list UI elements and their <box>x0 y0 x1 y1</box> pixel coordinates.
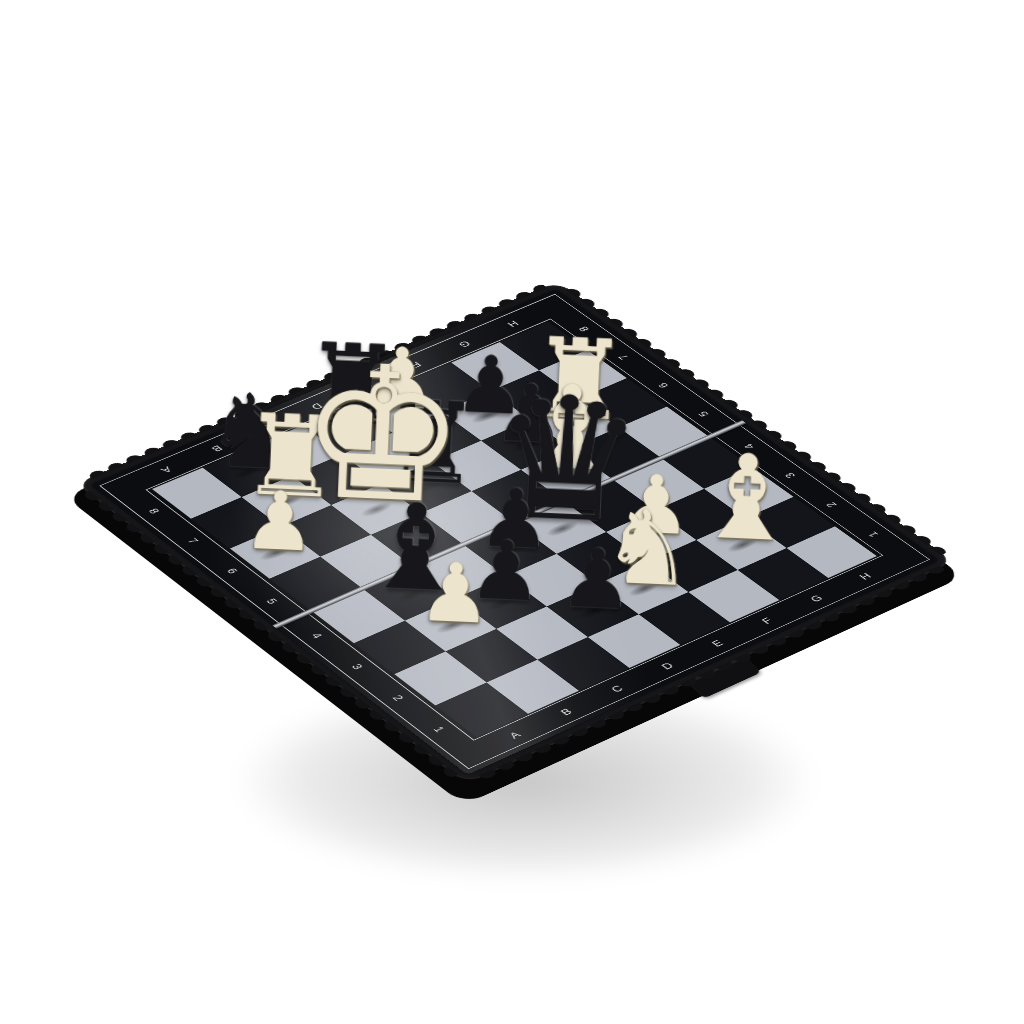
scene: ABCDEFGHABCDEFGH8765432187654321 ♞♜♟♜♟♟♚… <box>0 0 1024 1024</box>
white-pawn-b3: ♟ <box>352 556 558 632</box>
